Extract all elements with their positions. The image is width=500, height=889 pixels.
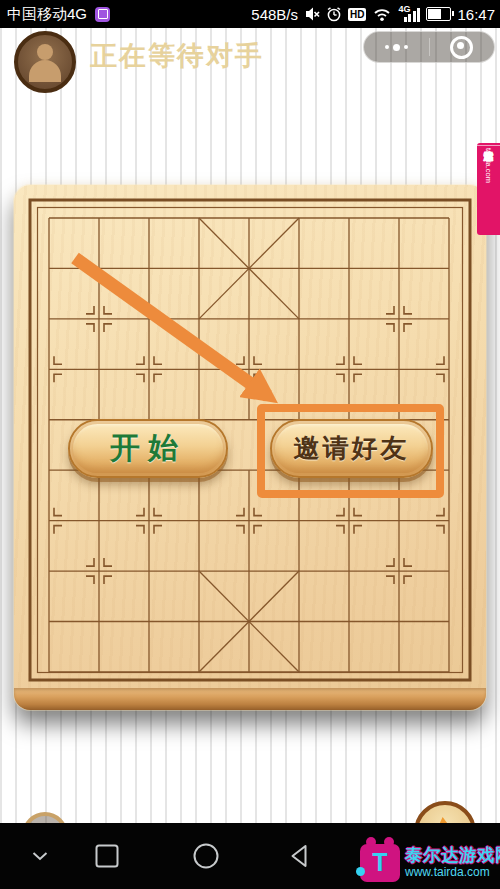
miniprogram-capsule [363, 31, 495, 63]
status-left: 中国移动4G [7, 0, 110, 28]
watermark-side-tag: 泰尔达游戏网 tairda.com [477, 143, 500, 235]
home-button[interactable] [193, 823, 219, 889]
watermark-site-name-bottom: 泰尔达游戏网 [405, 846, 500, 864]
hd-badge: HD [348, 8, 366, 21]
alarm-clock-icon [326, 6, 342, 22]
recents-icon [95, 844, 119, 868]
capsule-exit-icon [450, 36, 473, 59]
back-icon [289, 844, 308, 868]
wifi-icon [372, 6, 392, 22]
signal-bars-icon: 4G [398, 6, 420, 23]
watermark-domain: tairda.com [477, 145, 500, 183]
status-right: 548B/s HD 4G [251, 0, 495, 28]
back-button[interactable] [287, 823, 309, 889]
clock-label: 16:47 [457, 6, 495, 23]
network-speed: 548B/s [251, 6, 298, 23]
app-screen: 中国移动4G 548B/s HD [0, 0, 500, 889]
avatar-silhouette-icon [37, 44, 53, 60]
watermark-bottom: T 泰尔达游戏网 www.tairda.com [360, 836, 500, 889]
mute-icon [304, 6, 320, 22]
start-button-label: 开始 [110, 428, 186, 469]
battery-icon [426, 7, 451, 21]
carrier-label: 中国移动4G [7, 5, 87, 24]
status-bar: 中国移动4G 548B/s HD [0, 0, 500, 28]
tairda-logo-icon: T [360, 844, 400, 882]
volte-badge-icon [95, 7, 110, 22]
watermark-url: www.tairda.com [405, 866, 500, 879]
hide-nav-icon [32, 851, 48, 861]
avatar [14, 31, 76, 93]
more-options-icon [385, 45, 389, 49]
recents-button[interactable] [94, 823, 120, 889]
page-title: 正在等待对手 [90, 38, 264, 74]
exit-button[interactable] [430, 32, 495, 62]
start-button[interactable]: 开始 [68, 419, 228, 478]
hide-nav-button[interactable] [30, 823, 50, 889]
home-icon [193, 843, 219, 869]
tutorial-highlight-box [257, 404, 444, 498]
more-options-button[interactable] [364, 32, 429, 62]
